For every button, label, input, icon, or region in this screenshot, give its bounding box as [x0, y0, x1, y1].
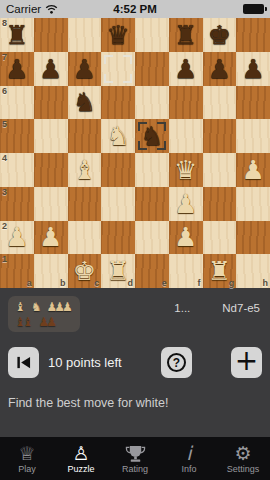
square-a5[interactable]: 5 [0, 119, 34, 153]
white-pawn-piece: ♟ [39, 224, 62, 250]
black-pawn-piece: ♟ [5, 56, 28, 82]
file-label-b: b [60, 278, 66, 288]
captured-knight-icon: ♞ [31, 301, 42, 313]
capture-row: ♝♞♟♟♟ ♝♝♟♟ 1... Nd7-e5 [8, 296, 262, 332]
square-c1[interactable]: c♚ [68, 254, 102, 288]
square-e7[interactable] [135, 52, 169, 86]
black-pawn-piece: ♟ [39, 56, 62, 82]
black-pawn-piece: ♟ [241, 56, 264, 82]
square-b5[interactable] [34, 119, 68, 153]
rank-label-7: 7 [2, 52, 7, 62]
file-label-e: e [162, 278, 167, 288]
move-indicator: 1... Nd7-e5 [174, 296, 262, 314]
puzzle-panel: ♝♞♟♟♟ ♝♝♟♟ 1... Nd7-e5 10 points left ? … [0, 288, 270, 437]
tab-play[interactable]: ♕ Play [0, 437, 54, 480]
tab-settings[interactable]: ⚙ Settings [216, 437, 270, 480]
captured-pawn-icon: ♟ [62, 301, 73, 313]
black-pawn-piece: ♟ [174, 56, 197, 82]
square-h5[interactable] [236, 119, 270, 153]
square-c3[interactable] [68, 187, 102, 221]
captured-white-row: ♝♞♟♟♟ [15, 299, 73, 314]
black-king-piece: ♚ [208, 22, 231, 48]
tab-puzzle-label: Puzzle [67, 464, 94, 474]
square-a7[interactable]: 7♟ [0, 52, 34, 86]
file-label-g: g [229, 278, 235, 288]
battery-icon [243, 4, 264, 14]
file-label-d: d [128, 278, 134, 288]
square-f1[interactable]: f [169, 254, 203, 288]
square-d2[interactable] [101, 221, 135, 255]
square-e1[interactable]: e [135, 254, 169, 288]
square-a2[interactable]: 2♟ [0, 221, 34, 255]
black-rook-piece: ♜ [5, 22, 28, 48]
white-bishop-piece: ♝ [73, 157, 96, 183]
rank-label-3: 3 [2, 187, 7, 197]
gear-icon: ⚙ [234, 443, 251, 463]
white-king-piece: ♚ [73, 258, 96, 284]
rewind-button[interactable] [8, 347, 39, 378]
captured-pieces-tray: ♝♞♟♟♟ ♝♝♟♟ [8, 296, 80, 332]
square-b3[interactable] [34, 187, 68, 221]
status-bar: Carrier 4:52 PM [0, 0, 270, 18]
square-g5[interactable] [203, 119, 237, 153]
tab-info[interactable]: i Info [162, 437, 216, 480]
tab-info-label: Info [181, 464, 196, 474]
tab-settings-label: Settings [227, 464, 260, 474]
captured-black-row: ♝♝♟♟ [15, 314, 73, 329]
square-a4[interactable]: 4 [0, 153, 34, 187]
square-c8[interactable] [68, 18, 102, 52]
plus-icon: + [235, 347, 258, 375]
square-d5[interactable]: ♞ [101, 119, 135, 153]
tab-bar: ♕ Play ♙ Puzzle Rating i Info ⚙ Sett [0, 437, 270, 480]
square-g7[interactable]: ♟ [203, 52, 237, 86]
square-g8[interactable]: ♚ [203, 18, 237, 52]
last-move-label: Nd7-e5 [222, 302, 260, 314]
info-icon: i [186, 443, 191, 463]
square-d1[interactable]: d♜ [101, 254, 135, 288]
file-label-a: a [27, 278, 32, 288]
clock: 4:52 PM [0, 3, 270, 15]
square-b1[interactable]: b [34, 254, 68, 288]
white-pawn-piece: ♟ [241, 157, 264, 183]
square-b4[interactable] [34, 153, 68, 187]
square-f8[interactable]: ♜ [169, 18, 203, 52]
square-a6[interactable]: 6 [0, 86, 34, 120]
square-a8[interactable]: 8♜ [0, 18, 34, 52]
rank-label-8: 8 [2, 18, 7, 28]
square-f7[interactable]: ♟ [169, 52, 203, 86]
controls-row: 10 points left ? + [8, 347, 262, 378]
square-a3[interactable]: 3 [0, 187, 34, 221]
tab-puzzle[interactable]: ♙ Puzzle [54, 437, 108, 480]
square-b2[interactable]: ♟ [34, 221, 68, 255]
points-left-label: 10 points left [48, 355, 122, 370]
tab-play-label: Play [18, 464, 36, 474]
square-g3[interactable] [203, 187, 237, 221]
square-c2[interactable] [68, 221, 102, 255]
square-d3[interactable] [101, 187, 135, 221]
square-f4[interactable]: ♛ [169, 153, 203, 187]
pawn-icon: ♙ [72, 443, 89, 463]
rank-label-4: 4 [2, 153, 7, 163]
square-h3[interactable] [236, 187, 270, 221]
move-number: 1... [174, 302, 190, 314]
square-g6[interactable] [203, 86, 237, 120]
black-rook-piece: ♜ [174, 22, 197, 48]
square-g4[interactable] [203, 153, 237, 187]
square-b7[interactable]: ♟ [34, 52, 68, 86]
square-e5[interactable]: ♞ [135, 119, 169, 153]
square-h6[interactable] [236, 86, 270, 120]
white-pawn-piece: ♟ [174, 191, 197, 217]
skip-back-icon [15, 355, 32, 370]
question-mark-icon: ? [167, 353, 186, 372]
square-e8[interactable] [135, 18, 169, 52]
square-b6[interactable] [34, 86, 68, 120]
captured-pawn-icon: ♟ [46, 316, 57, 328]
rank-label-6: 6 [2, 86, 7, 96]
square-c4[interactable]: ♝ [68, 153, 102, 187]
rank-label-1: 1 [2, 254, 7, 264]
white-pawn-piece: ♟ [5, 224, 28, 250]
crown-icon: ♕ [18, 443, 35, 463]
square-d7[interactable] [101, 52, 135, 86]
file-label-h: h [263, 278, 269, 288]
captured-bishop-icon: ♝ [15, 301, 26, 313]
square-h2[interactable] [236, 221, 270, 255]
file-label-c: c [94, 278, 99, 288]
white-queen-piece: ♛ [174, 157, 197, 183]
square-c7[interactable]: ♟ [68, 52, 102, 86]
add-button[interactable]: + [231, 347, 262, 378]
square-f3[interactable]: ♟ [169, 187, 203, 221]
square-e6[interactable] [135, 86, 169, 120]
captured-bishop-icon: ♝ [23, 316, 34, 328]
square-g2[interactable] [203, 221, 237, 255]
help-button[interactable]: ? [161, 347, 192, 378]
square-d6[interactable] [101, 86, 135, 120]
rank-label-2: 2 [2, 221, 7, 231]
square-f6[interactable] [169, 86, 203, 120]
hint-text: Find the best move for white! [8, 396, 262, 410]
square-h7[interactable]: ♟ [236, 52, 270, 86]
square-d8[interactable]: ♛ [101, 18, 135, 52]
square-e2[interactable] [135, 221, 169, 255]
square-e4[interactable] [135, 153, 169, 187]
square-h8[interactable] [236, 18, 270, 52]
tab-rating-label: Rating [122, 464, 148, 474]
rank-label-5: 5 [2, 119, 7, 129]
square-e3[interactable] [135, 187, 169, 221]
tab-rating[interactable]: Rating [108, 437, 162, 480]
white-rook-piece: ♜ [106, 258, 129, 284]
square-h1[interactable]: h [236, 254, 270, 288]
chess-board: 8♜♛♜♚7♟♟♟♟♟♟6♞5♞♞4♝♛♟3♟2♟♟♟1abc♚d♜efg♜h [0, 18, 270, 288]
square-c5[interactable] [68, 119, 102, 153]
black-knight-piece: ♞ [140, 123, 163, 149]
square-h4[interactable]: ♟ [236, 153, 270, 187]
square-a1[interactable]: 1a [0, 254, 34, 288]
black-knight-piece: ♞ [73, 89, 96, 115]
trophy-icon [125, 443, 146, 463]
black-pawn-piece: ♟ [73, 56, 96, 82]
white-knight-piece: ♞ [106, 123, 129, 149]
file-label-f: f [198, 278, 201, 288]
square-g1[interactable]: g♜ [203, 254, 237, 288]
white-pawn-piece: ♟ [174, 224, 197, 250]
app-window: Carrier 4:52 PM 8♜♛♜♚7♟♟♟♟♟♟6♞5♞♞4♝♛♟3♟2… [0, 0, 270, 480]
black-pawn-piece: ♟ [208, 56, 231, 82]
square-c6[interactable]: ♞ [68, 86, 102, 120]
black-queen-piece: ♛ [106, 22, 129, 48]
square-f5[interactable] [169, 119, 203, 153]
square-d4[interactable] [101, 153, 135, 187]
square-b8[interactable] [34, 18, 68, 52]
white-rook-piece: ♜ [208, 258, 231, 284]
square-f2[interactable]: ♟ [169, 221, 203, 255]
